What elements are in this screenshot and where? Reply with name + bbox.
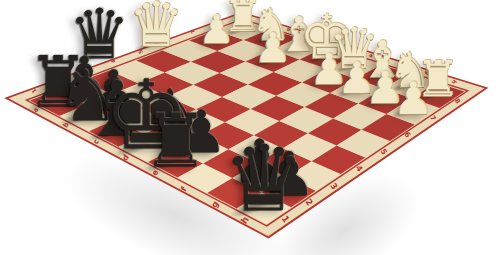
- chess-set-photo: aa11bb22cc33dd44ee55ff66gg77hh88♜♞♝♚♛♝♞♜…: [0, 0, 500, 255]
- piece-black-rook-e1: ♜: [143, 107, 209, 174]
- extra-white-queen: ♛: [128, 0, 184, 54]
- piece-black-queen-h1: ♛: [223, 136, 305, 220]
- piece-white-pawn-a7: ♟: [199, 11, 235, 47]
- piece-white-pawn-h7: ♟: [393, 78, 433, 119]
- piece-white-pawn-c7: ♟: [254, 30, 291, 68]
